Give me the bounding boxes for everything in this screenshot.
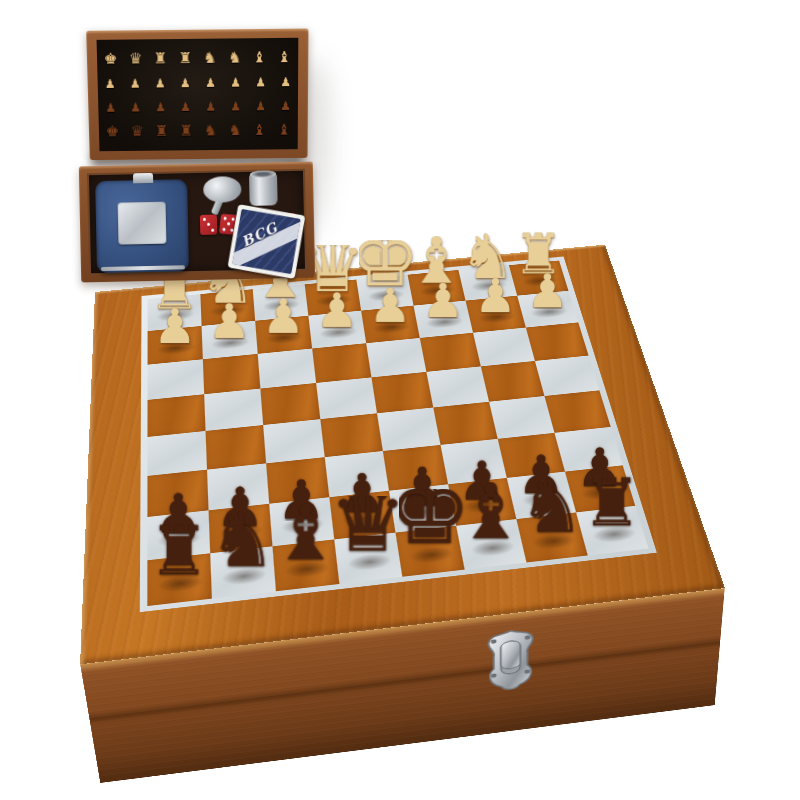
piece-glyph: ♟ xyxy=(316,287,358,334)
clasp-latch-icon xyxy=(481,626,539,696)
stored-piece: ♟ xyxy=(205,101,216,113)
stored-piece: ♚ xyxy=(106,125,120,140)
stored-piece: ♟ xyxy=(180,101,191,113)
light-pawn: ♟ xyxy=(466,296,526,333)
piece-glyph: ♝ xyxy=(271,494,340,571)
piece-glyph: ♟ xyxy=(474,272,516,319)
stored-piece: ♟ xyxy=(205,77,216,89)
dark-piece-row: ♚♛♜♜♞♞♝♝ xyxy=(99,123,298,140)
stored-piece: ♞ xyxy=(203,50,217,65)
piece-glyph: ♞ xyxy=(519,470,585,543)
light-piece-row: ♚♛♜♜♞♞♝♝ xyxy=(97,49,298,66)
funnel-icon xyxy=(203,176,242,211)
stored-piece: ♟ xyxy=(105,102,116,114)
stored-piece: ♟ xyxy=(230,100,241,112)
stored-piece: ♟ xyxy=(155,78,166,90)
playing-cards-deck: BCG xyxy=(227,204,305,279)
piece-glyph: ♟ xyxy=(422,277,464,324)
stored-piece: ♟ xyxy=(180,77,191,89)
dark-rook: ♜ xyxy=(147,553,212,606)
stored-piece: ♛ xyxy=(130,125,144,140)
stored-piece: ♚ xyxy=(104,51,118,66)
hip-flask xyxy=(95,179,189,273)
piece-glyph: ♟ xyxy=(208,297,251,345)
inset-base: BCG xyxy=(79,162,315,283)
dark-queen: ♛ xyxy=(334,533,402,584)
stored-piece: ♜ xyxy=(179,124,193,139)
piece-glyph: ♟ xyxy=(154,302,197,350)
stored-piece: ♞ xyxy=(204,124,217,139)
product-photo: ♜♞♝♛♚♝♞♜♟♟♟♟♟♟♟♟♟♟♟♟♟♟♟♟♜♞♝♛♚♝♞♜ xyxy=(0,0,800,800)
light-pawn: ♟ xyxy=(148,326,203,365)
light-pawn: ♟ xyxy=(202,321,258,359)
shot-cup xyxy=(249,173,278,206)
light-pawn: ♟ xyxy=(414,301,473,338)
inset-lid-piece-tray: ♚♛♜♜♞♞♝♝♟♟♟♟♟♟♟♟♟♟♟♟♟♟♟♟♚♛♜♜♞♞♝♝ xyxy=(97,38,299,151)
piece-glyph: ♜ xyxy=(582,470,641,536)
stored-piece: ♜ xyxy=(154,51,168,66)
dark-knight: ♞ xyxy=(516,512,587,562)
flask-plaque xyxy=(118,202,167,245)
light-pawn: ♟ xyxy=(361,306,420,344)
pieces-layer: ♜♞♝♛♚♝♞♜♟♟♟♟♟♟♟♟♟♟♟♟♟♟♟♟♜♞♝♛♚♝♞♜ xyxy=(147,261,648,607)
stored-piece: ♛ xyxy=(129,51,143,66)
stored-piece: ♟ xyxy=(280,100,291,112)
dark-rook: ♜ xyxy=(576,506,648,556)
open-box-inset: ♚♛♜♜♞♞♝♝♟♟♟♟♟♟♟♟♟♟♟♟♟♟♟♟♚♛♜♜♞♞♝♝ BCG xyxy=(78,28,324,280)
stored-piece: ♟ xyxy=(280,76,291,88)
piece-glyph: ♟ xyxy=(369,282,411,329)
stored-piece: ♟ xyxy=(255,100,266,112)
stored-piece: ♝ xyxy=(253,50,267,65)
stored-piece: ♟ xyxy=(130,101,141,113)
inset-tray: BCG xyxy=(87,169,307,276)
stored-piece: ♞ xyxy=(228,50,242,65)
light-pawn: ♟ xyxy=(308,311,366,349)
light-pawn: ♟ xyxy=(517,291,578,328)
stored-piece: ♞ xyxy=(228,124,241,139)
piece-glyph: ♛ xyxy=(329,478,406,564)
light-piece-row: ♟♟♟♟♟♟♟♟ xyxy=(98,76,299,90)
funnel-cone xyxy=(203,176,242,203)
stored-piece: ♟ xyxy=(230,77,241,89)
piece-glyph: ♜ xyxy=(149,517,210,585)
piece-glyph: ♞ xyxy=(209,503,276,578)
stored-piece: ♟ xyxy=(155,101,166,113)
dark-bishop: ♝ xyxy=(272,539,339,591)
stored-piece: ♜ xyxy=(178,51,192,66)
chess-box: ♜♞♝♛♚♝♞♜♟♟♟♟♟♟♟♟♟♟♟♟♟♟♟♟♜♞♝♛♚♝♞♜ xyxy=(80,245,725,665)
light-pawn: ♟ xyxy=(255,316,312,354)
stored-piece: ♝ xyxy=(277,123,290,138)
stored-piece: ♝ xyxy=(278,50,292,65)
flask-cap xyxy=(133,173,153,183)
inset-lid: ♚♛♜♜♞♞♝♝♟♟♟♟♟♟♟♟♟♟♟♟♟♟♟♟♚♛♜♜♞♞♝♝ xyxy=(86,29,308,161)
stored-piece: ♝ xyxy=(253,123,266,138)
piece-glyph: ♟ xyxy=(262,292,305,339)
dark-knight: ♞ xyxy=(210,546,276,598)
stored-piece: ♟ xyxy=(130,78,141,90)
piece-glyph: ♟ xyxy=(527,267,569,314)
stored-piece: ♟ xyxy=(255,77,266,89)
stored-piece: ♜ xyxy=(155,124,169,139)
dark-piece-row: ♟♟♟♟♟♟♟♟ xyxy=(98,100,298,114)
die xyxy=(200,215,217,235)
stored-piece: ♟ xyxy=(105,78,116,90)
